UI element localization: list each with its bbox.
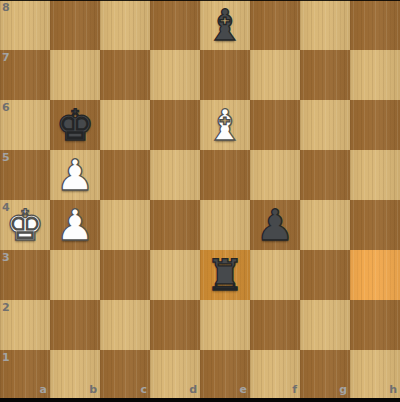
square-b7[interactable] (50, 50, 100, 100)
square-g5[interactable] (300, 150, 350, 200)
file-label-g: g (339, 384, 347, 395)
square-f7[interactable] (250, 50, 300, 100)
square-b4[interactable]: ♟ (50, 200, 100, 250)
square-h4[interactable] (350, 200, 400, 250)
square-a1[interactable]: 1a (0, 350, 50, 400)
square-b2[interactable] (50, 300, 100, 350)
square-g1[interactable]: g (300, 350, 350, 400)
square-a3[interactable]: 3 (0, 250, 50, 300)
square-f2[interactable] (250, 300, 300, 350)
rank-label-1: 1 (2, 352, 10, 363)
square-g3[interactable] (300, 250, 350, 300)
chess-board: 8♝76♚♝5♟4♚♟♟3♜21abcdefgh (0, 0, 400, 400)
square-c5[interactable] (100, 150, 150, 200)
chess-app-stage: 8♝76♚♝5♟4♚♟♟3♜21abcdefgh (0, 0, 400, 402)
square-h1[interactable]: h (350, 350, 400, 400)
square-f6[interactable] (250, 100, 300, 150)
square-h5[interactable] (350, 150, 400, 200)
square-b8[interactable] (50, 0, 100, 50)
square-h7[interactable] (350, 50, 400, 100)
square-g8[interactable] (300, 0, 350, 50)
file-label-h: h (389, 384, 397, 395)
square-a5[interactable]: 5 (0, 150, 50, 200)
square-d2[interactable] (150, 300, 200, 350)
square-a6[interactable]: 6 (0, 100, 50, 150)
square-d1[interactable]: d (150, 350, 200, 400)
square-c6[interactable] (100, 100, 150, 150)
piece-black-rook[interactable]: ♜ (206, 250, 245, 300)
square-d6[interactable] (150, 100, 200, 150)
square-f4[interactable]: ♟ (250, 200, 300, 250)
square-h6[interactable] (350, 100, 400, 150)
square-h8[interactable] (350, 0, 400, 50)
square-d4[interactable] (150, 200, 200, 250)
square-f3[interactable] (250, 250, 300, 300)
square-c7[interactable] (100, 50, 150, 100)
piece-white-pawn[interactable]: ♟ (56, 150, 95, 200)
square-d5[interactable] (150, 150, 200, 200)
square-f8[interactable] (250, 0, 300, 50)
square-g4[interactable] (300, 200, 350, 250)
rank-label-2: 2 (2, 302, 10, 313)
file-label-d: d (189, 384, 197, 395)
square-c4[interactable] (100, 200, 150, 250)
square-b6[interactable]: ♚ (50, 100, 100, 150)
piece-white-bishop[interactable]: ♝ (206, 100, 245, 150)
square-d3[interactable] (150, 250, 200, 300)
square-e3[interactable]: ♜ (200, 250, 250, 300)
square-e8[interactable]: ♝ (200, 0, 250, 50)
square-c1[interactable]: c (100, 350, 150, 400)
square-c3[interactable] (100, 250, 150, 300)
square-d8[interactable] (150, 0, 200, 50)
square-g6[interactable] (300, 100, 350, 150)
square-e1[interactable]: e (200, 350, 250, 400)
board-bottom-edge (0, 398, 400, 402)
square-b5[interactable]: ♟ (50, 150, 100, 200)
square-f5[interactable] (250, 150, 300, 200)
piece-black-pawn[interactable]: ♟ (256, 200, 295, 250)
square-b3[interactable] (50, 250, 100, 300)
square-e7[interactable] (200, 50, 250, 100)
file-label-b: b (89, 384, 97, 395)
rank-label-5: 5 (2, 152, 10, 163)
file-label-a: a (40, 384, 47, 395)
square-h2[interactable] (350, 300, 400, 350)
square-f1[interactable]: f (250, 350, 300, 400)
square-h3[interactable] (350, 250, 400, 300)
square-e5[interactable] (200, 150, 250, 200)
piece-white-king[interactable]: ♚ (6, 200, 45, 250)
square-e6[interactable]: ♝ (200, 100, 250, 150)
rank-label-3: 3 (2, 252, 10, 263)
rank-label-6: 6 (2, 102, 10, 113)
square-a4[interactable]: 4♚ (0, 200, 50, 250)
rank-label-7: 7 (2, 52, 10, 63)
piece-white-pawn[interactable]: ♟ (56, 200, 95, 250)
square-c8[interactable] (100, 0, 150, 50)
piece-black-king[interactable]: ♚ (56, 100, 95, 150)
board-top-edge (0, 0, 400, 1)
square-d7[interactable] (150, 50, 200, 100)
file-label-c: c (140, 384, 147, 395)
rank-label-8: 8 (2, 2, 10, 13)
square-a8[interactable]: 8 (0, 0, 50, 50)
square-e2[interactable] (200, 300, 250, 350)
square-a2[interactable]: 2 (0, 300, 50, 350)
file-label-f: f (292, 384, 297, 395)
square-g2[interactable] (300, 300, 350, 350)
square-c2[interactable] (100, 300, 150, 350)
file-label-e: e (240, 384, 247, 395)
square-b1[interactable]: b (50, 350, 100, 400)
square-g7[interactable] (300, 50, 350, 100)
square-e4[interactable] (200, 200, 250, 250)
square-a7[interactable]: 7 (0, 50, 50, 100)
piece-black-bishop[interactable]: ♝ (206, 0, 245, 50)
